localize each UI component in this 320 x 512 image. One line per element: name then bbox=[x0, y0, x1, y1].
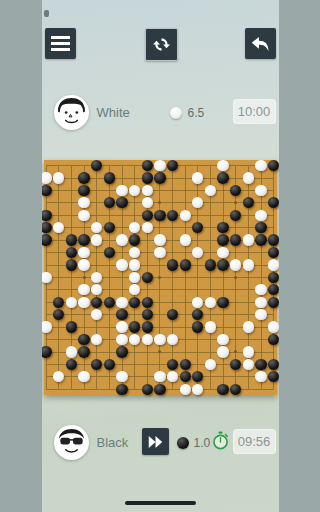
white-stone bbox=[78, 247, 89, 258]
white-stone bbox=[154, 234, 165, 245]
black-stone bbox=[230, 384, 241, 395]
undo-arrow-icon bbox=[251, 36, 270, 52]
black-stone bbox=[217, 172, 228, 183]
white-stone bbox=[243, 346, 254, 357]
white-stone bbox=[129, 284, 140, 295]
white-stone bbox=[42, 272, 52, 283]
black-stone bbox=[167, 160, 178, 171]
black-stone bbox=[104, 297, 115, 308]
white-stone bbox=[129, 185, 140, 196]
white-stone bbox=[255, 297, 266, 308]
white-stone bbox=[192, 247, 203, 258]
black-stone bbox=[180, 359, 191, 370]
white-stone bbox=[154, 247, 165, 258]
black-stone bbox=[66, 321, 77, 332]
black-score: 1.0 bbox=[194, 436, 211, 450]
black-stone bbox=[66, 359, 77, 370]
black-stone bbox=[167, 359, 178, 370]
black-stone-icon bbox=[177, 437, 189, 449]
sync-arrows-icon bbox=[152, 36, 171, 53]
black-stone bbox=[230, 359, 241, 370]
white-stone bbox=[66, 297, 77, 308]
white-stone bbox=[116, 185, 127, 196]
black-stone bbox=[42, 346, 52, 357]
black-stone bbox=[230, 185, 241, 196]
black-stone bbox=[42, 210, 52, 221]
black-stone bbox=[268, 371, 279, 382]
black-stone bbox=[104, 197, 115, 208]
white-stone bbox=[154, 371, 165, 382]
white-stone bbox=[255, 185, 266, 196]
black-stone bbox=[53, 297, 64, 308]
white-stone bbox=[116, 234, 127, 245]
black-stone bbox=[142, 272, 153, 283]
black-stone bbox=[192, 321, 203, 332]
black-stone bbox=[129, 321, 140, 332]
black-stone bbox=[230, 210, 241, 221]
white-stone bbox=[255, 284, 266, 295]
white-stone bbox=[78, 297, 89, 308]
black-stone bbox=[230, 234, 241, 245]
white-stone bbox=[192, 384, 203, 395]
star-point bbox=[234, 350, 237, 353]
black-stone bbox=[66, 259, 77, 270]
white-stone bbox=[42, 172, 52, 183]
black-stone bbox=[268, 297, 279, 308]
black-stone bbox=[116, 309, 127, 320]
white-stone bbox=[205, 321, 216, 332]
black-stone bbox=[42, 222, 52, 233]
white-stone bbox=[78, 197, 89, 208]
white-player-avatar[interactable] bbox=[54, 95, 89, 130]
white-stone bbox=[142, 185, 153, 196]
white-stone bbox=[78, 210, 89, 221]
home-indicator[interactable] bbox=[125, 501, 196, 505]
black-stone bbox=[142, 172, 153, 183]
black-stone bbox=[255, 222, 266, 233]
white-stone bbox=[243, 234, 254, 245]
white-stone bbox=[205, 297, 216, 308]
black-stone bbox=[142, 309, 153, 320]
white-stone bbox=[116, 259, 127, 270]
menu-button[interactable] bbox=[45, 28, 76, 59]
white-stone bbox=[154, 334, 165, 345]
white-stone bbox=[129, 334, 140, 345]
black-stone bbox=[104, 359, 115, 370]
black-stone bbox=[180, 259, 191, 270]
black-stone bbox=[217, 297, 228, 308]
white-stone bbox=[255, 371, 266, 382]
white-stone bbox=[116, 297, 127, 308]
board-grid-line-v bbox=[172, 166, 173, 390]
white-stone bbox=[268, 259, 279, 270]
hamburger-menu-icon bbox=[51, 36, 70, 51]
white-stone bbox=[205, 185, 216, 196]
white-stone bbox=[53, 371, 64, 382]
black-stone bbox=[78, 334, 89, 345]
black-stone bbox=[91, 160, 102, 171]
white-stone bbox=[243, 321, 254, 332]
white-stone bbox=[66, 346, 77, 357]
white-stone bbox=[243, 359, 254, 370]
black-stone bbox=[268, 247, 279, 258]
white-stone bbox=[255, 160, 266, 171]
white-stone bbox=[192, 172, 203, 183]
white-stone bbox=[167, 334, 178, 345]
black-stone bbox=[91, 359, 102, 370]
white-stone bbox=[217, 247, 228, 258]
white-stone bbox=[180, 210, 191, 221]
go-board[interactable] bbox=[44, 160, 277, 395]
black-stone bbox=[142, 160, 153, 171]
white-stone bbox=[142, 222, 153, 233]
star-point bbox=[83, 276, 86, 279]
black-stone bbox=[116, 197, 127, 208]
black-stone bbox=[116, 346, 127, 357]
board-grid-line-v bbox=[210, 166, 211, 390]
black-stone bbox=[180, 371, 191, 382]
white-stone bbox=[78, 284, 89, 295]
white-stone bbox=[255, 309, 266, 320]
white-stone bbox=[91, 222, 102, 233]
white-stone bbox=[116, 371, 127, 382]
white-stone bbox=[142, 334, 153, 345]
white-komi: 6.5 bbox=[188, 106, 205, 120]
board-grid-line-v bbox=[261, 166, 262, 390]
board-grid-line-h bbox=[46, 327, 274, 328]
board-grid-line-v bbox=[185, 166, 186, 390]
black-stone bbox=[66, 234, 77, 245]
black-stone bbox=[192, 222, 203, 233]
white-stone bbox=[217, 334, 228, 345]
white-stone bbox=[91, 234, 102, 245]
stopwatch-icon bbox=[212, 431, 229, 454]
black-stone bbox=[268, 272, 279, 283]
black-stone bbox=[129, 234, 140, 245]
fast-forward-icon bbox=[148, 436, 163, 448]
black-stone bbox=[116, 384, 127, 395]
status-notch bbox=[44, 10, 49, 17]
black-stone bbox=[192, 309, 203, 320]
star-point bbox=[158, 276, 161, 279]
white-stone bbox=[78, 259, 89, 270]
black-stone bbox=[167, 210, 178, 221]
white-stone bbox=[243, 172, 254, 183]
black-stone bbox=[217, 234, 228, 245]
black-stone bbox=[142, 210, 153, 221]
black-stone bbox=[217, 259, 228, 270]
white-stone bbox=[167, 371, 178, 382]
white-stone bbox=[129, 259, 140, 270]
black-stone bbox=[154, 172, 165, 183]
black-stone bbox=[167, 309, 178, 320]
app-screen: White 6.5 10:00 Black 1.0 bbox=[42, 0, 279, 512]
white-stone bbox=[116, 334, 127, 345]
sync-button[interactable] bbox=[145, 28, 178, 61]
black-stone bbox=[42, 234, 52, 245]
black-stone bbox=[53, 309, 64, 320]
star-point bbox=[158, 350, 161, 353]
fast-forward-button[interactable] bbox=[142, 428, 169, 455]
white-stone bbox=[154, 160, 165, 171]
white-stone bbox=[217, 160, 228, 171]
white-stone bbox=[53, 222, 64, 233]
white-stone bbox=[129, 247, 140, 258]
black-stone bbox=[78, 234, 89, 245]
black-stone bbox=[91, 297, 102, 308]
undo-button[interactable] bbox=[245, 28, 276, 59]
white-stone bbox=[91, 334, 102, 345]
white-player-name: White bbox=[97, 105, 130, 120]
white-timer: 10:00 bbox=[233, 99, 276, 124]
white-stone bbox=[230, 259, 241, 270]
white-stone bbox=[142, 197, 153, 208]
white-stone bbox=[129, 222, 140, 233]
black-stone bbox=[104, 172, 115, 183]
black-stone bbox=[142, 384, 153, 395]
black-stone bbox=[255, 234, 266, 245]
black-timer: 09:56 bbox=[233, 429, 276, 454]
white-stone bbox=[53, 172, 64, 183]
white-stone bbox=[180, 234, 191, 245]
white-stone bbox=[243, 259, 254, 270]
black-stone bbox=[129, 297, 140, 308]
white-stone bbox=[180, 384, 191, 395]
black-stone bbox=[78, 172, 89, 183]
black-stone bbox=[268, 160, 279, 171]
white-stone bbox=[268, 321, 279, 332]
star-point bbox=[158, 201, 161, 204]
white-stone bbox=[91, 284, 102, 295]
black-stone bbox=[268, 359, 279, 370]
white-stone bbox=[192, 297, 203, 308]
white-stone bbox=[255, 210, 266, 221]
black-stone bbox=[66, 247, 77, 258]
black-stone bbox=[268, 234, 279, 245]
black-stone bbox=[104, 247, 115, 258]
black-stone bbox=[243, 197, 254, 208]
white-player-row: White 6.5 10:00 bbox=[42, 95, 279, 135]
black-stone bbox=[268, 284, 279, 295]
white-stone bbox=[217, 346, 228, 357]
black-stone bbox=[217, 384, 228, 395]
black-stone bbox=[255, 359, 266, 370]
black-stone bbox=[205, 259, 216, 270]
black-stone bbox=[154, 210, 165, 221]
black-stone bbox=[167, 259, 178, 270]
white-stone bbox=[205, 359, 216, 370]
black-stone bbox=[268, 334, 279, 345]
black-player-row: Black 1.0 09:56 bbox=[42, 425, 279, 465]
black-timer-text: 09:56 bbox=[238, 434, 271, 449]
white-stone bbox=[91, 272, 102, 283]
black-stone bbox=[78, 185, 89, 196]
black-stone bbox=[78, 346, 89, 357]
star-point bbox=[234, 201, 237, 204]
black-stone bbox=[154, 384, 165, 395]
white-stone bbox=[78, 371, 89, 382]
white-timer-text: 10:00 bbox=[238, 104, 271, 119]
black-stone bbox=[268, 197, 279, 208]
star-point bbox=[234, 276, 237, 279]
white-stone bbox=[91, 309, 102, 320]
white-stone-icon bbox=[170, 107, 182, 119]
black-stone bbox=[104, 222, 115, 233]
black-stone bbox=[42, 185, 52, 196]
board-grid-line-h bbox=[46, 314, 274, 315]
black-stone bbox=[217, 222, 228, 233]
boy-face-icon bbox=[54, 95, 89, 130]
white-stone bbox=[116, 321, 127, 332]
black-stone bbox=[192, 371, 203, 382]
black-stone bbox=[142, 321, 153, 332]
white-stone bbox=[129, 272, 140, 283]
white-stone bbox=[192, 197, 203, 208]
black-player-name: Black bbox=[97, 435, 129, 450]
glasses-face-icon bbox=[54, 425, 89, 460]
white-stone bbox=[42, 321, 52, 332]
black-player-avatar[interactable] bbox=[54, 425, 89, 460]
black-stone bbox=[142, 297, 153, 308]
